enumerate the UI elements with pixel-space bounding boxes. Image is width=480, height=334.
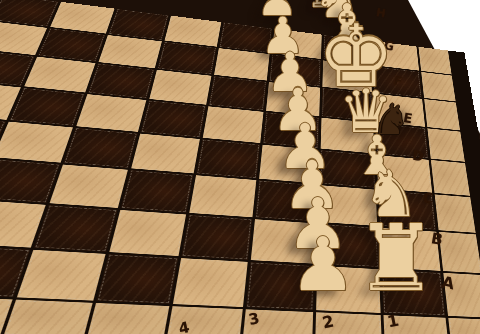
square-a4[interactable] (173, 258, 248, 307)
square-g7[interactable] (38, 28, 106, 62)
square-d4[interactable] (196, 139, 260, 178)
border-cell-file-e (427, 128, 464, 161)
border-cell-rank-6 (4, 300, 93, 334)
square-e5[interactable] (141, 100, 206, 137)
border-cell-file-g (421, 72, 455, 101)
square-e6[interactable] (76, 94, 146, 132)
square-g6[interactable] (98, 35, 161, 68)
border-cell-file-h (418, 47, 451, 75)
square-a6[interactable] (17, 250, 106, 301)
white-pawn-a2[interactable]: ♟ (290, 227, 356, 301)
border-cell-rank-5 (87, 303, 169, 334)
border-cell-file-d (431, 160, 470, 196)
square-a5[interactable] (97, 254, 179, 304)
square-d6[interactable] (64, 128, 138, 168)
square-f7[interactable] (24, 57, 95, 93)
square-b5[interactable] (109, 210, 186, 256)
chess-set-photo: HGFEDCBA1234 ♜♟♞♝♟♚♟♟♛♞♟♝♟♞♟♟♜ (0, 0, 480, 334)
border-cell-file-c (435, 194, 476, 232)
square-c4[interactable] (189, 175, 256, 217)
square-f5[interactable] (149, 70, 211, 105)
square-b4[interactable] (181, 215, 252, 260)
border-cell-rank-1 (383, 315, 448, 334)
square-c5[interactable] (121, 170, 194, 213)
square-f4[interactable] (209, 76, 267, 111)
square-d5[interactable] (131, 134, 200, 174)
border-cell-file-b (439, 232, 480, 273)
square-c6[interactable] (50, 165, 128, 208)
square-e7[interactable] (9, 88, 84, 126)
square-g5[interactable] (157, 42, 216, 75)
border-cell-rank-3 (242, 309, 313, 334)
border-cell-file-a (443, 273, 480, 318)
square-b6[interactable] (34, 205, 117, 252)
square-f6[interactable] (88, 63, 155, 98)
border-cell-corner (448, 318, 480, 334)
border-cell-rank-2 (315, 312, 382, 334)
square-e4[interactable] (203, 106, 264, 143)
border-cell-rank-4 (166, 306, 242, 334)
white-rook-a1[interactable]: ♜ (355, 213, 437, 305)
square-d7[interactable] (0, 122, 73, 163)
border-cell-file-f (424, 99, 460, 130)
